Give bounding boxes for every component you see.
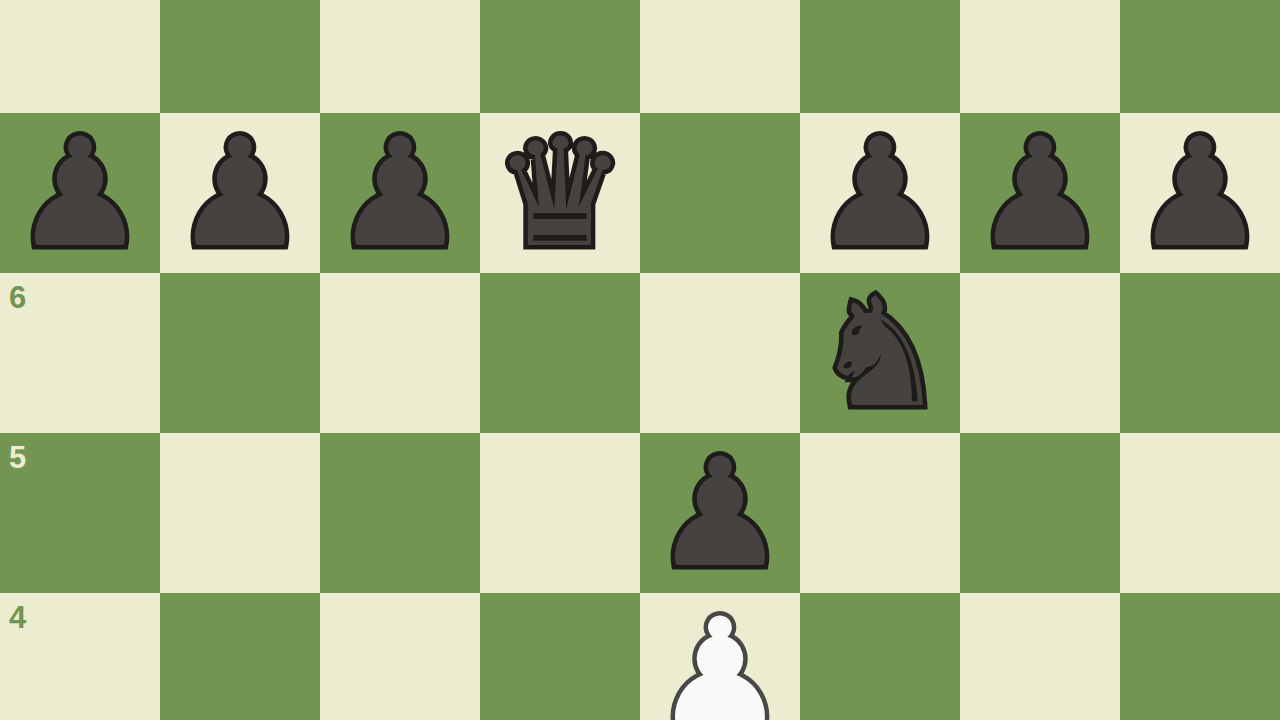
square-f7[interactable]: ♟♟ <box>800 113 960 273</box>
square-f6[interactable]: ♞♞ <box>800 273 960 433</box>
square-e5[interactable]: ♟♟ <box>640 433 800 593</box>
square-d4[interactable] <box>480 593 640 720</box>
square-a6[interactable]: 6 <box>0 273 160 433</box>
square-g6[interactable] <box>960 273 1120 433</box>
square-c5[interactable] <box>320 433 480 593</box>
black-pawn-e5[interactable]: ♟♟ <box>640 433 800 593</box>
square-a5[interactable]: 5 <box>0 433 160 593</box>
square-d6[interactable] <box>480 273 640 433</box>
square-h8[interactable] <box>1120 0 1280 113</box>
square-g8[interactable] <box>960 0 1120 113</box>
square-b6[interactable] <box>160 273 320 433</box>
square-b7[interactable]: ♟♟ <box>160 113 320 273</box>
white-pawn-icon: ♟ <box>653 593 787 720</box>
black-pawn-icon: ♟ <box>1133 113 1267 273</box>
square-h7[interactable]: ♟♟ <box>1120 113 1280 273</box>
black-pawn-f7[interactable]: ♟♟ <box>800 113 960 273</box>
square-a7[interactable]: ♟♟ <box>0 113 160 273</box>
square-e6[interactable] <box>640 273 800 433</box>
square-d8[interactable] <box>480 0 640 113</box>
square-c8[interactable] <box>320 0 480 113</box>
black-pawn-icon: ♟ <box>653 433 787 593</box>
rank-label-4: 4 <box>9 602 26 633</box>
black-queen-icon: ♛ <box>493 113 627 273</box>
square-e7[interactable] <box>640 113 800 273</box>
black-knight-f6[interactable]: ♞♞ <box>800 273 960 433</box>
black-pawn-icon: ♟ <box>173 113 307 273</box>
black-knight-icon: ♞ <box>813 273 947 433</box>
square-c7[interactable]: ♟♟ <box>320 113 480 273</box>
black-pawn-h7[interactable]: ♟♟ <box>1120 113 1280 273</box>
square-b8[interactable] <box>160 0 320 113</box>
square-f8[interactable] <box>800 0 960 113</box>
square-h6[interactable] <box>1120 273 1280 433</box>
white-pawn-e4[interactable]: ♟♟ <box>640 593 800 720</box>
square-b4[interactable] <box>160 593 320 720</box>
square-a4[interactable]: 4 <box>0 593 160 720</box>
square-f5[interactable] <box>800 433 960 593</box>
black-pawn-c7[interactable]: ♟♟ <box>320 113 480 273</box>
rank-label-5: 5 <box>9 442 26 473</box>
black-pawn-icon: ♟ <box>13 113 147 273</box>
black-queen-d7[interactable]: ♛♛ <box>480 113 640 273</box>
square-g4[interactable] <box>960 593 1120 720</box>
square-d5[interactable] <box>480 433 640 593</box>
square-c4[interactable] <box>320 593 480 720</box>
black-pawn-g7[interactable]: ♟♟ <box>960 113 1120 273</box>
square-c6[interactable] <box>320 273 480 433</box>
square-f4[interactable] <box>800 593 960 720</box>
square-g7[interactable]: ♟♟ <box>960 113 1120 273</box>
square-a8[interactable] <box>0 0 160 113</box>
square-d7[interactable]: ♛♛ <box>480 113 640 273</box>
square-g5[interactable] <box>960 433 1120 593</box>
rank-label-6: 6 <box>9 282 26 313</box>
black-pawn-icon: ♟ <box>333 113 467 273</box>
square-h4[interactable] <box>1120 593 1280 720</box>
black-pawn-icon: ♟ <box>973 113 1107 273</box>
black-pawn-a7[interactable]: ♟♟ <box>0 113 160 273</box>
chess-board-viewport: ♟♟♟♟♟♟♛♛♟♟♟♟♟♟6♞♞5♟♟4♟♟3 <box>0 0 1280 720</box>
chess-board: ♟♟♟♟♟♟♛♛♟♟♟♟♟♟6♞♞5♟♟4♟♟3 <box>0 0 1280 720</box>
square-e8[interactable] <box>640 0 800 113</box>
square-h5[interactable] <box>1120 433 1280 593</box>
square-e4[interactable]: ♟♟ <box>640 593 800 720</box>
black-pawn-b7[interactable]: ♟♟ <box>160 113 320 273</box>
square-b5[interactable] <box>160 433 320 593</box>
black-pawn-icon: ♟ <box>813 113 947 273</box>
